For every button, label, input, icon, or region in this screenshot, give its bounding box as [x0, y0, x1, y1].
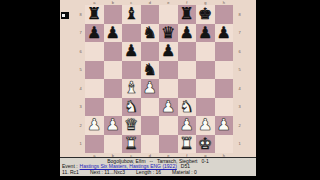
square-h8[interactable] — [215, 5, 234, 24]
square-c6[interactable]: ♟ — [122, 42, 141, 61]
coord-label-2: 2 — [77, 116, 84, 135]
square-f3[interactable]: ♞ — [178, 98, 197, 117]
game-result: 0-1 — [202, 158, 209, 164]
coord-label-1: 1 — [236, 135, 243, 154]
rank-labels-right: 87654321 — [236, 5, 243, 153]
white-rook: ♜ — [124, 136, 138, 152]
coord-label-3: 3 — [77, 98, 84, 117]
square-e1[interactable] — [159, 135, 178, 154]
square-g6[interactable] — [196, 42, 215, 61]
square-a7[interactable]: ♟ — [85, 24, 104, 43]
square-a6[interactable] — [85, 42, 104, 61]
coord-label-7: 7 — [77, 24, 84, 43]
square-f7[interactable]: ♟ — [178, 24, 197, 43]
square-b7[interactable]: ♟ — [104, 24, 123, 43]
black-pawn: ♟ — [124, 43, 138, 59]
square-g3[interactable] — [196, 98, 215, 117]
black-pawn: ♟ — [161, 43, 175, 59]
square-b3[interactable] — [104, 98, 123, 117]
coord-label-8: 8 — [236, 5, 243, 24]
white-pawn: ♟ — [87, 117, 101, 133]
white-pawn: ♟ — [217, 117, 231, 133]
coord-label-6: 6 — [77, 42, 84, 61]
coord-label-5: 5 — [77, 61, 84, 80]
square-d3[interactable] — [141, 98, 160, 117]
square-e2[interactable] — [159, 116, 178, 135]
black-pawn: ♟ — [180, 25, 194, 41]
coord-label-5: 5 — [236, 61, 243, 80]
black-knight: ♞ — [143, 62, 157, 78]
coord-label-7: 7 — [236, 24, 243, 43]
black-queen: ♛ — [161, 25, 175, 41]
coord-label-4: 4 — [236, 79, 243, 98]
square-e5[interactable] — [159, 61, 178, 80]
square-h3[interactable] — [215, 98, 234, 117]
square-e3[interactable]: ♟ — [159, 98, 178, 117]
square-e7[interactable]: ♛ — [159, 24, 178, 43]
square-e6[interactable]: ♟ — [159, 42, 178, 61]
square-c7[interactable] — [122, 24, 141, 43]
black-rook: ♜ — [180, 6, 194, 22]
square-f6[interactable] — [178, 42, 197, 61]
square-h5[interactable] — [215, 61, 234, 80]
square-b4[interactable] — [104, 79, 123, 98]
square-d5[interactable]: ♞ — [141, 61, 160, 80]
black-king: ♚ — [198, 6, 212, 22]
black-rook: ♜ — [87, 6, 101, 22]
black-knight: ♞ — [143, 25, 157, 41]
square-a5[interactable] — [85, 61, 104, 80]
video-frame: { "game": "chess", "position": { "fen": … — [0, 0, 320, 180]
square-d1[interactable] — [141, 135, 160, 154]
square-f2[interactable]: ♟ — [178, 116, 197, 135]
square-f5[interactable] — [178, 61, 197, 80]
square-g8[interactable]: ♚ — [196, 5, 215, 24]
square-e8[interactable] — [159, 5, 178, 24]
side-to-move-indicator — [61, 12, 69, 19]
square-h1[interactable] — [215, 135, 234, 154]
coord-label-2: 2 — [236, 116, 243, 135]
square-g7[interactable]: ♟ — [196, 24, 215, 43]
coord-label-1: 1 — [77, 135, 84, 154]
material-balance: Material : 0 — [172, 169, 197, 176]
square-g5[interactable] — [196, 61, 215, 80]
square-b6[interactable] — [104, 42, 123, 61]
square-f4[interactable] — [178, 79, 197, 98]
square-d6[interactable] — [141, 42, 160, 61]
square-c3[interactable]: ♞ — [122, 98, 141, 117]
white-pawn: ♟ — [106, 117, 120, 133]
move-status-line: 11. Rc1 Next : 11...Nxc3 Length : 16 Mat… — [60, 169, 256, 176]
square-a4[interactable] — [85, 79, 104, 98]
square-f8[interactable]: ♜ — [178, 5, 197, 24]
square-b2[interactable]: ♟ — [104, 116, 123, 135]
black-pawn: ♟ — [106, 25, 120, 41]
square-d4[interactable]: ♟ — [141, 79, 160, 98]
square-a1[interactable] — [85, 135, 104, 154]
square-g4[interactable] — [196, 79, 215, 98]
white-knight: ♞ — [124, 99, 138, 115]
black-pawn: ♟ — [198, 25, 212, 41]
square-h4[interactable] — [215, 79, 234, 98]
square-d7[interactable]: ♞ — [141, 24, 160, 43]
square-a3[interactable] — [85, 98, 104, 117]
square-c5[interactable] — [122, 61, 141, 80]
white-bishop: ♝ — [124, 80, 138, 96]
square-h2[interactable]: ♟ — [215, 116, 234, 135]
game-info-panel: Bogoljubow, Efim--Tarrasch, Siegbert0-1 … — [60, 157, 256, 176]
square-d2[interactable] — [141, 116, 160, 135]
white-pawn: ♟ — [198, 117, 212, 133]
white-rook: ♜ — [180, 136, 194, 152]
square-a8[interactable]: ♜ — [85, 5, 104, 24]
rank-labels-left: 87654321 — [77, 5, 84, 153]
square-h6[interactable] — [215, 42, 234, 61]
white-knight: ♞ — [180, 99, 194, 115]
white-pawn: ♟ — [180, 117, 194, 133]
black-pawn: ♟ — [217, 25, 231, 41]
coord-label-6: 6 — [236, 42, 243, 61]
square-c1[interactable]: ♜ — [122, 135, 141, 154]
black-bishop: ♝ — [124, 6, 138, 22]
white-pawn: ♟ — [143, 80, 157, 96]
square-g1[interactable]: ♚ — [196, 135, 215, 154]
square-c8[interactable]: ♝ — [122, 5, 141, 24]
square-f1[interactable]: ♜ — [178, 135, 197, 154]
square-a2[interactable]: ♟ — [85, 116, 104, 135]
white-queen: ♛ — [124, 117, 138, 133]
square-e4[interactable] — [159, 79, 178, 98]
square-b1[interactable] — [104, 135, 123, 154]
square-c2[interactable]: ♛ — [122, 116, 141, 135]
square-b8[interactable] — [104, 5, 123, 24]
side-to-move-dot — [62, 14, 65, 17]
next-move: Next : 11...Nxc3 — [90, 169, 125, 176]
black-pawn: ♟ — [87, 25, 101, 41]
square-g2[interactable]: ♟ — [196, 116, 215, 135]
white-pawn: ♟ — [161, 99, 175, 115]
coord-label-4: 4 — [77, 79, 84, 98]
square-b5[interactable] — [104, 61, 123, 80]
square-c4[interactable]: ♝ — [122, 79, 141, 98]
chess-board[interactable]: ♜♝♜♚♟♟♞♛♟♟♟♟♟♞♝♟♞♟♞♟♟♛♟♟♟♜♜♚ — [85, 5, 233, 153]
last-move: 11. Rc1 — [62, 169, 79, 176]
coord-label-8: 8 — [77, 5, 84, 24]
white-king: ♚ — [198, 136, 212, 152]
game-length: Length : 16 — [136, 169, 161, 176]
square-h7[interactable]: ♟ — [215, 24, 234, 43]
coord-label-3: 3 — [236, 98, 243, 117]
game-viewer: abcdefgh 87654321 ♜♝♜♚♟♟♞♛♟♟♟♟♟♞♝♟♞♟♞♟♟♛… — [60, 0, 256, 176]
square-d8[interactable] — [141, 5, 160, 24]
